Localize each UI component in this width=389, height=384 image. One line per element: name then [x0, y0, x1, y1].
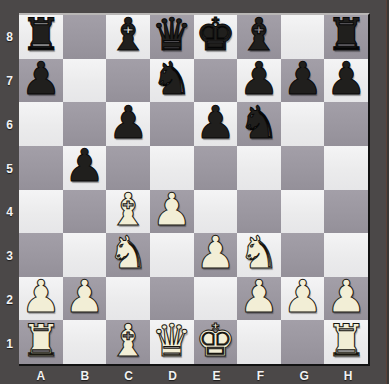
square-g4[interactable]: [281, 190, 325, 234]
piece-black-pawn[interactable]: ♟: [239, 57, 279, 101]
piece-black-pawn[interactable]: ♟: [282, 57, 322, 101]
square-d6[interactable]: [150, 102, 194, 146]
piece-white-bishop[interactable]: ♝: [108, 319, 148, 363]
square-b2[interactable]: ♟: [63, 277, 107, 321]
file-label-e: E: [195, 368, 239, 384]
square-b1[interactable]: [63, 320, 107, 364]
square-a5[interactable]: [19, 146, 63, 190]
file-labels: ABCDEFGH: [19, 368, 370, 384]
file-label-a: A: [19, 368, 63, 384]
rank-label-7: 7: [0, 59, 19, 103]
rank-label-1: 1: [0, 322, 19, 366]
piece-black-knight[interactable]: ♞: [152, 57, 192, 101]
square-g2[interactable]: ♟: [281, 277, 325, 321]
square-f6[interactable]: ♞: [237, 102, 281, 146]
file-label-g: G: [282, 368, 326, 384]
square-d1[interactable]: ♛: [150, 320, 194, 364]
piece-white-pawn[interactable]: ♟: [282, 275, 322, 319]
board: ♜♝♛♚♝♜♟♞♟♟♟♟♟♞♟♝♟♞♟♞♟♟♟♟♟♜♝♛♚♜: [19, 13, 370, 366]
square-e1[interactable]: ♚: [194, 320, 238, 364]
piece-black-rook[interactable]: ♜: [326, 13, 366, 57]
rank-label-6: 6: [0, 103, 19, 147]
piece-white-rook[interactable]: ♜: [326, 319, 366, 363]
piece-black-bishop[interactable]: ♝: [239, 13, 279, 57]
square-b4[interactable]: [63, 190, 107, 234]
square-a4[interactable]: [19, 190, 63, 234]
file-label-c: C: [107, 368, 151, 384]
square-f5[interactable]: [237, 146, 281, 190]
square-e5[interactable]: [194, 146, 238, 190]
square-e6[interactable]: ♟: [194, 102, 238, 146]
piece-white-knight[interactable]: ♞: [108, 231, 148, 275]
square-f2[interactable]: ♟: [237, 277, 281, 321]
square-h6[interactable]: [324, 102, 368, 146]
square-h7[interactable]: ♟: [324, 59, 368, 103]
rank-label-5: 5: [0, 147, 19, 191]
square-b8[interactable]: [63, 15, 107, 59]
piece-black-rook[interactable]: ♜: [21, 13, 61, 57]
piece-white-pawn[interactable]: ♟: [239, 275, 279, 319]
square-h5[interactable]: [324, 146, 368, 190]
square-b5[interactable]: ♟: [63, 146, 107, 190]
piece-white-bishop[interactable]: ♝: [108, 188, 148, 232]
piece-white-pawn[interactable]: ♟: [152, 188, 192, 232]
square-c1[interactable]: ♝: [106, 320, 150, 364]
square-g6[interactable]: [281, 102, 325, 146]
piece-black-bishop[interactable]: ♝: [108, 13, 148, 57]
piece-white-knight[interactable]: ♞: [239, 231, 279, 275]
square-g1[interactable]: [281, 320, 325, 364]
square-f1[interactable]: [237, 320, 281, 364]
piece-white-pawn[interactable]: ♟: [326, 275, 366, 319]
square-d4[interactable]: ♟: [150, 190, 194, 234]
piece-white-queen[interactable]: ♛: [152, 319, 192, 363]
piece-black-pawn[interactable]: ♟: [21, 57, 61, 101]
square-d3[interactable]: [150, 233, 194, 277]
rank-label-4: 4: [0, 191, 19, 235]
piece-white-pawn[interactable]: ♟: [21, 275, 61, 319]
piece-black-pawn[interactable]: ♟: [108, 101, 148, 145]
rank-label-8: 8: [0, 15, 19, 59]
file-label-h: H: [326, 368, 370, 384]
piece-black-pawn[interactable]: ♟: [195, 101, 235, 145]
piece-white-king[interactable]: ♚: [195, 319, 235, 363]
piece-black-pawn[interactable]: ♟: [326, 57, 366, 101]
piece-black-queen[interactable]: ♛: [152, 13, 192, 57]
square-b7[interactable]: [63, 59, 107, 103]
file-label-f: F: [238, 368, 282, 384]
square-c6[interactable]: ♟: [106, 102, 150, 146]
square-e3[interactable]: ♟: [194, 233, 238, 277]
square-e8[interactable]: ♚: [194, 15, 238, 59]
square-h1[interactable]: ♜: [324, 320, 368, 364]
file-label-d: D: [151, 368, 195, 384]
piece-black-knight[interactable]: ♞: [239, 101, 279, 145]
file-label-b: B: [63, 368, 107, 384]
square-g5[interactable]: [281, 146, 325, 190]
rank-label-3: 3: [0, 234, 19, 278]
square-h4[interactable]: [324, 190, 368, 234]
chessboard-window: 87654321 ♜♝♛♚♝♜♟♞♟♟♟♟♟♞♟♝♟♞♟♞♟♟♟♟♟♜♝♛♚♜ …: [0, 0, 389, 384]
square-a6[interactable]: [19, 102, 63, 146]
piece-white-rook[interactable]: ♜: [21, 319, 61, 363]
square-a1[interactable]: ♜: [19, 320, 63, 364]
square-c3[interactable]: ♞: [106, 233, 150, 277]
square-a7[interactable]: ♟: [19, 59, 63, 103]
piece-white-pawn[interactable]: ♟: [64, 275, 104, 319]
piece-white-pawn[interactable]: ♟: [195, 231, 235, 275]
piece-black-king[interactable]: ♚: [195, 13, 235, 57]
square-d7[interactable]: ♞: [150, 59, 194, 103]
square-c8[interactable]: ♝: [106, 15, 150, 59]
rank-labels: 87654321: [0, 15, 19, 366]
rank-label-2: 2: [0, 278, 19, 322]
square-g7[interactable]: ♟: [281, 59, 325, 103]
piece-black-pawn[interactable]: ♟: [64, 144, 104, 188]
